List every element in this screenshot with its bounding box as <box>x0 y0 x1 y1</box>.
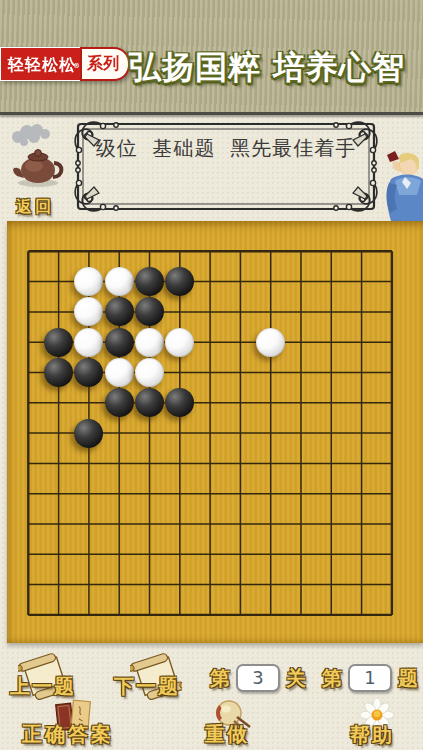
app-slogan: 弘扬国粹 培养心智 <box>116 46 418 90</box>
white-stone <box>74 328 103 357</box>
next-problem-label: 下一题 <box>114 673 180 700</box>
black-stone <box>105 297 134 326</box>
registered-mark: ® <box>73 49 81 83</box>
boy-character <box>385 149 423 221</box>
white-stone <box>165 328 194 357</box>
question-frame: 级位 基础题 黑先最佳着手 <box>72 119 380 214</box>
problem-title: 级位 基础题 黑先最佳着手 <box>82 135 370 162</box>
black-stone <box>44 358 73 387</box>
level-value-box[interactable]: 3 <box>236 664 280 692</box>
brand-badge-left: 轻轻松松 ® <box>0 47 80 81</box>
previous-problem-label: 上一题 <box>10 673 76 700</box>
problem-prefix: 第 <box>322 665 342 692</box>
white-stone <box>135 358 164 387</box>
black-stone <box>74 419 103 448</box>
redo-label: 重做 <box>205 721 249 748</box>
board-grid <box>7 221 423 643</box>
black-stone <box>105 388 134 417</box>
redo-button[interactable]: 重做 <box>203 697 267 749</box>
level-counter: 第 3 关 <box>210 664 306 692</box>
brand-name: 轻轻松松 <box>8 55 76 74</box>
ornate-frame <box>72 119 380 214</box>
white-stone <box>105 358 134 387</box>
correct-answer-button[interactable]: 正确答案 <box>20 697 168 749</box>
brand-badge: 轻轻松松 ® 系列 <box>0 47 130 81</box>
white-stone <box>135 328 164 357</box>
level-prefix: 第 <box>210 665 230 692</box>
question-panel: 返回 <box>0 115 423 221</box>
back-button[interactable]: 返回 <box>2 121 68 217</box>
black-stone <box>135 267 164 296</box>
white-stone <box>256 328 285 357</box>
previous-problem-button[interactable]: 上一题 <box>6 653 102 701</box>
problem-value-box[interactable]: 1 <box>348 664 392 692</box>
next-problem-button[interactable]: 下一题 <box>106 653 202 701</box>
teapot-icon <box>4 121 66 195</box>
problem-counter: 第 1 题 <box>322 664 418 692</box>
steam <box>12 124 50 146</box>
help-button[interactable]: 帮助 <box>346 697 406 749</box>
app-screen: 轻轻松松 ® 系列 弘扬国粹 培养心智 返回 <box>0 0 423 750</box>
header-bar: 轻轻松松 ® 系列 弘扬国粹 培养心智 <box>0 0 423 114</box>
help-label: 帮助 <box>350 722 394 749</box>
level-suffix: 关 <box>286 665 306 692</box>
black-stone <box>44 328 73 357</box>
go-board[interactable] <box>7 221 423 643</box>
problem-suffix: 题 <box>398 665 418 692</box>
correct-answer-label: 正确答案 <box>22 721 114 748</box>
black-stone <box>105 328 134 357</box>
back-button-label: 返回 <box>2 197 68 218</box>
white-stone <box>105 267 134 296</box>
